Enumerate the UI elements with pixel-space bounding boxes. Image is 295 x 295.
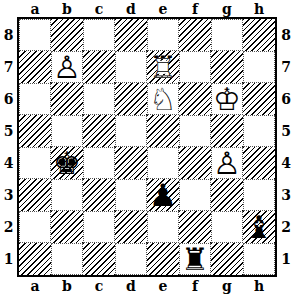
black-king-b4[interactable]: ♚ <box>51 147 83 179</box>
file-label-f: f <box>179 1 211 17</box>
square-h1[interactable] <box>243 243 275 275</box>
square-a7[interactable] <box>19 51 51 83</box>
square-h3[interactable] <box>243 179 275 211</box>
white-rook-e7[interactable]: ♜♖ <box>147 51 179 83</box>
file-label-h: h <box>243 1 275 17</box>
square-g1[interactable] <box>211 243 243 275</box>
square-b1[interactable] <box>51 243 83 275</box>
square-a4[interactable] <box>19 147 51 179</box>
square-d7[interactable] <box>115 51 147 83</box>
square-b6[interactable] <box>51 83 83 115</box>
square-g3[interactable] <box>211 179 243 211</box>
square-e7[interactable]: ♜♖ <box>147 51 179 83</box>
square-h6[interactable] <box>243 83 275 115</box>
square-h4[interactable] <box>243 147 275 179</box>
square-b5[interactable] <box>51 115 83 147</box>
square-g5[interactable] <box>211 115 243 147</box>
square-a2[interactable] <box>19 211 51 243</box>
square-c4[interactable] <box>83 147 115 179</box>
white-piece-outline-layer: ♙ <box>211 147 243 179</box>
file-labels-bottom: abcdefgh <box>17 277 277 295</box>
square-c6[interactable] <box>83 83 115 115</box>
square-h2[interactable]: ♝ <box>243 211 275 243</box>
square-g4[interactable]: ♟♙ <box>211 147 243 179</box>
square-f8[interactable] <box>179 19 211 51</box>
rank-label-5: 5 <box>277 115 295 147</box>
rank-label-3: 3 <box>277 179 295 211</box>
rank-label-3: 3 <box>0 179 17 211</box>
rank-label-5: 5 <box>0 115 17 147</box>
square-f1[interactable]: ♜ <box>179 243 211 275</box>
white-king-g6[interactable]: ♚♔ <box>211 83 243 115</box>
square-e3[interactable]: ♟ <box>147 179 179 211</box>
rank-labels-right: 87654321 <box>277 17 295 277</box>
rank-label-6: 6 <box>277 83 295 115</box>
black-pawn-e3[interactable]: ♟ <box>147 179 179 211</box>
square-b3[interactable] <box>51 179 83 211</box>
square-e5[interactable] <box>147 115 179 147</box>
rank-label-4: 4 <box>277 147 295 179</box>
square-e1[interactable] <box>147 243 179 275</box>
file-label-e: e <box>147 1 179 17</box>
rank-label-1: 1 <box>277 243 295 275</box>
square-e4[interactable] <box>147 147 179 179</box>
rank-label-4: 4 <box>0 147 17 179</box>
file-label-c: c <box>83 278 115 294</box>
rank-label-2: 2 <box>277 211 295 243</box>
square-a5[interactable] <box>19 115 51 147</box>
rank-label-8: 8 <box>277 19 295 51</box>
square-b8[interactable] <box>51 19 83 51</box>
square-a1[interactable] <box>19 243 51 275</box>
white-piece-outline-layer: ♙ <box>51 51 83 83</box>
rank-label-8: 8 <box>0 19 17 51</box>
file-labels-top: abcdefgh <box>17 0 277 17</box>
rank-labels-left: 87654321 <box>0 17 17 277</box>
corner-top-left <box>0 0 17 17</box>
square-c1[interactable] <box>83 243 115 275</box>
square-f4[interactable] <box>179 147 211 179</box>
white-piece-outline-layer: ♔ <box>211 83 243 115</box>
white-piece-outline-layer: ♘ <box>147 83 179 115</box>
file-label-c: c <box>83 1 115 17</box>
square-h7[interactable] <box>243 51 275 83</box>
square-h8[interactable] <box>243 19 275 51</box>
square-a3[interactable] <box>19 179 51 211</box>
file-label-d: d <box>115 278 147 294</box>
square-h5[interactable] <box>243 115 275 147</box>
file-label-b: b <box>51 1 83 17</box>
white-pawn-g4[interactable]: ♟♙ <box>211 147 243 179</box>
file-label-g: g <box>211 1 243 17</box>
chess-board: ♟♙♜♖♞♘♚♔♚♟♙♟♝♜ <box>17 17 277 277</box>
file-label-b: b <box>51 278 83 294</box>
chess-diagram: abcdefgh 87654321 ♟♙♜♖♞♘♚♔♚♟♙♟♝♜ 8765432… <box>0 0 295 295</box>
white-pawn-b7[interactable]: ♟♙ <box>51 51 83 83</box>
black-bishop-h2[interactable]: ♝ <box>243 211 275 243</box>
square-b4[interactable]: ♚ <box>51 147 83 179</box>
square-d4[interactable] <box>115 147 147 179</box>
corner-bottom-left <box>0 277 17 295</box>
square-f2[interactable] <box>179 211 211 243</box>
file-label-g: g <box>211 278 243 294</box>
white-piece-outline-layer: ♖ <box>147 51 179 83</box>
file-label-a: a <box>19 1 51 17</box>
black-rook-f1[interactable]: ♜ <box>179 243 211 275</box>
rank-label-1: 1 <box>0 243 17 275</box>
rank-label-7: 7 <box>277 51 295 83</box>
square-c8[interactable] <box>83 19 115 51</box>
square-g2[interactable] <box>211 211 243 243</box>
file-label-a: a <box>19 278 51 294</box>
square-e8[interactable] <box>147 19 179 51</box>
square-c7[interactable] <box>83 51 115 83</box>
square-d3[interactable] <box>115 179 147 211</box>
file-label-d: d <box>115 1 147 17</box>
file-label-h: h <box>243 278 275 294</box>
square-c2[interactable] <box>83 211 115 243</box>
square-g6[interactable]: ♚♔ <box>211 83 243 115</box>
square-d1[interactable] <box>115 243 147 275</box>
square-e6[interactable]: ♞♘ <box>147 83 179 115</box>
square-b7[interactable]: ♟♙ <box>51 51 83 83</box>
square-f3[interactable] <box>179 179 211 211</box>
square-c3[interactable] <box>83 179 115 211</box>
square-f7[interactable] <box>179 51 211 83</box>
square-g7[interactable] <box>211 51 243 83</box>
file-label-f: f <box>179 278 211 294</box>
square-d5[interactable] <box>115 115 147 147</box>
square-d6[interactable] <box>115 83 147 115</box>
square-f5[interactable] <box>179 115 211 147</box>
square-a8[interactable] <box>19 19 51 51</box>
square-e2[interactable] <box>147 211 179 243</box>
rank-label-2: 2 <box>0 211 17 243</box>
file-label-e: e <box>147 278 179 294</box>
white-knight-e6[interactable]: ♞♘ <box>147 83 179 115</box>
square-d2[interactable] <box>115 211 147 243</box>
corner-top-right <box>277 0 295 17</box>
square-c5[interactable] <box>83 115 115 147</box>
square-b2[interactable] <box>51 211 83 243</box>
square-a6[interactable] <box>19 83 51 115</box>
square-g8[interactable] <box>211 19 243 51</box>
square-d8[interactable] <box>115 19 147 51</box>
rank-label-7: 7 <box>0 51 17 83</box>
corner-bottom-right <box>277 277 295 295</box>
square-f6[interactable] <box>179 83 211 115</box>
rank-label-6: 6 <box>0 83 17 115</box>
